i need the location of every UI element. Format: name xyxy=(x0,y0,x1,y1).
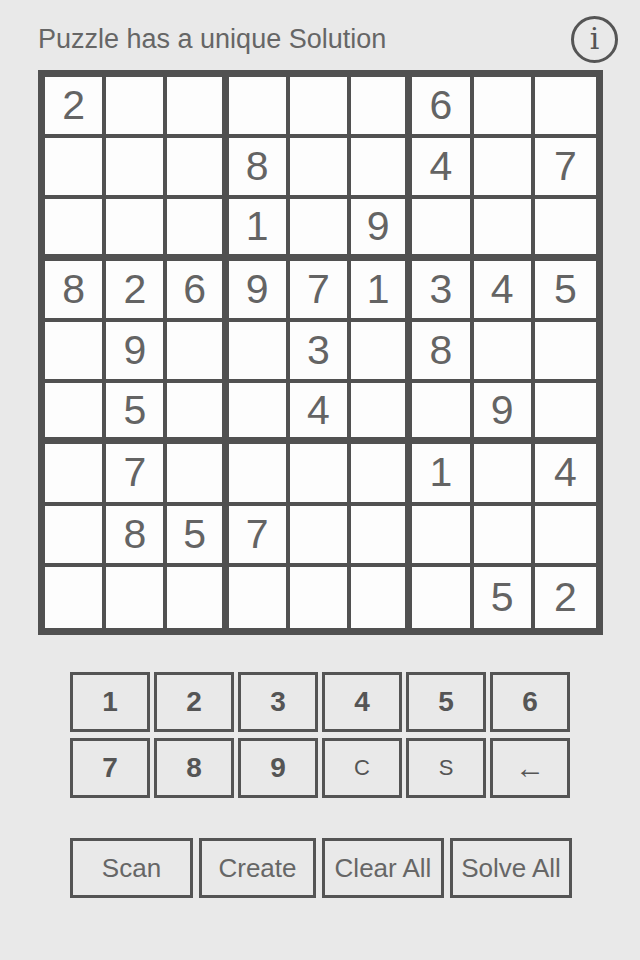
key-3[interactable]: 3 xyxy=(238,672,318,732)
app-screen: Puzzle has a unique Solution i 268471982… xyxy=(0,16,640,960)
cell-r2c8[interactable] xyxy=(474,138,535,199)
cell-r8c8[interactable] xyxy=(474,506,535,567)
solve-all-button[interactable]: Solve All xyxy=(450,838,572,898)
cell-r1c9[interactable] xyxy=(535,77,596,138)
cell-r5c5[interactable]: 3 xyxy=(290,322,351,383)
cell-r2c6[interactable] xyxy=(351,138,412,199)
cell-r6c6[interactable] xyxy=(351,383,412,444)
cell-r1c7[interactable]: 6 xyxy=(412,77,473,138)
cell-r2c1[interactable] xyxy=(45,138,106,199)
key-7[interactable]: 7 xyxy=(70,738,150,798)
cell-r3c1[interactable] xyxy=(45,199,106,260)
key-2[interactable]: 2 xyxy=(154,672,234,732)
cell-r4c3[interactable]: 6 xyxy=(167,261,228,322)
cell-r8c4[interactable]: 7 xyxy=(229,506,290,567)
key-4[interactable]: 4 xyxy=(322,672,402,732)
cell-r5c2[interactable]: 9 xyxy=(106,322,167,383)
cell-r2c7[interactable]: 4 xyxy=(412,138,473,199)
key-6[interactable]: 6 xyxy=(490,672,570,732)
key-5[interactable]: 5 xyxy=(406,672,486,732)
cell-r5c4[interactable] xyxy=(229,322,290,383)
keypad: 123456789CS← xyxy=(70,672,570,798)
cell-r3c2[interactable] xyxy=(106,199,167,260)
cell-r8c3[interactable]: 5 xyxy=(167,506,228,567)
cell-r2c4[interactable]: 8 xyxy=(229,138,290,199)
cell-r2c3[interactable] xyxy=(167,138,228,199)
cell-r4c8[interactable]: 4 xyxy=(474,261,535,322)
cell-r6c3[interactable] xyxy=(167,383,228,444)
cell-r7c9[interactable]: 4 xyxy=(535,444,596,505)
key-8[interactable]: 8 xyxy=(154,738,234,798)
create-button[interactable]: Create xyxy=(199,838,316,898)
cell-r6c2[interactable]: 5 xyxy=(106,383,167,444)
key-1[interactable]: 1 xyxy=(70,672,150,732)
cell-r7c6[interactable] xyxy=(351,444,412,505)
cell-r9c1[interactable] xyxy=(45,567,106,628)
cell-r9c9[interactable]: 2 xyxy=(535,567,596,628)
cell-r3c7[interactable] xyxy=(412,199,473,260)
cell-r8c7[interactable] xyxy=(412,506,473,567)
cell-r1c1[interactable]: 2 xyxy=(45,77,106,138)
cell-r5c8[interactable] xyxy=(474,322,535,383)
cell-r3c3[interactable] xyxy=(167,199,228,260)
cell-r7c5[interactable] xyxy=(290,444,351,505)
cell-r9c5[interactable] xyxy=(290,567,351,628)
cell-r8c1[interactable] xyxy=(45,506,106,567)
cell-r7c7[interactable]: 1 xyxy=(412,444,473,505)
key-9[interactable]: 9 xyxy=(238,738,318,798)
info-icon: i xyxy=(590,24,600,54)
cell-r9c2[interactable] xyxy=(106,567,167,628)
cell-r3c4[interactable]: 1 xyxy=(229,199,290,260)
cell-r6c1[interactable] xyxy=(45,383,106,444)
cell-r7c8[interactable] xyxy=(474,444,535,505)
cell-r9c8[interactable]: 5 xyxy=(474,567,535,628)
cell-r5c3[interactable] xyxy=(167,322,228,383)
key-S[interactable]: S xyxy=(406,738,486,798)
clear-all-button[interactable]: Clear All xyxy=(322,838,444,898)
action-bar: ScanCreateClear AllSolve All xyxy=(70,838,640,898)
cell-r7c4[interactable] xyxy=(229,444,290,505)
cell-r3c8[interactable] xyxy=(474,199,535,260)
cell-r6c4[interactable] xyxy=(229,383,290,444)
cell-r6c9[interactable] xyxy=(535,383,596,444)
cell-r9c4[interactable] xyxy=(229,567,290,628)
cell-r4c6[interactable]: 1 xyxy=(351,261,412,322)
cell-r8c5[interactable] xyxy=(290,506,351,567)
info-button[interactable]: i xyxy=(571,16,618,63)
cell-r6c7[interactable] xyxy=(412,383,473,444)
cell-r2c9[interactable]: 7 xyxy=(535,138,596,199)
cell-r8c2[interactable]: 8 xyxy=(106,506,167,567)
scan-button[interactable]: Scan xyxy=(70,838,193,898)
cell-r7c3[interactable] xyxy=(167,444,228,505)
cell-r4c1[interactable]: 8 xyxy=(45,261,106,322)
cell-r9c3[interactable] xyxy=(167,567,228,628)
cell-r1c8[interactable] xyxy=(474,77,535,138)
cell-r4c2[interactable]: 2 xyxy=(106,261,167,322)
cell-r7c2[interactable]: 7 xyxy=(106,444,167,505)
cell-r4c5[interactable]: 7 xyxy=(290,261,351,322)
header: Puzzle has a unique Solution i xyxy=(38,16,618,63)
cell-r9c6[interactable] xyxy=(351,567,412,628)
cell-r8c9[interactable] xyxy=(535,506,596,567)
cell-r8c6[interactable] xyxy=(351,506,412,567)
cell-r2c2[interactable] xyxy=(106,138,167,199)
cell-r6c5[interactable]: 4 xyxy=(290,383,351,444)
cell-r9c7[interactable] xyxy=(412,567,473,628)
cell-r2c5[interactable] xyxy=(290,138,351,199)
cell-r3c9[interactable] xyxy=(535,199,596,260)
cell-r5c9[interactable] xyxy=(535,322,596,383)
cell-r1c6[interactable] xyxy=(351,77,412,138)
key-backspace[interactable]: ← xyxy=(490,738,570,798)
cell-r4c9[interactable]: 5 xyxy=(535,261,596,322)
cell-r1c5[interactable] xyxy=(290,77,351,138)
cell-r1c2[interactable] xyxy=(106,77,167,138)
cell-r4c4[interactable]: 9 xyxy=(229,261,290,322)
cell-r3c6[interactable]: 9 xyxy=(351,199,412,260)
cell-r5c7[interactable]: 8 xyxy=(412,322,473,383)
cell-r6c8[interactable]: 9 xyxy=(474,383,535,444)
sudoku-board: 268471982697134593854971485752 xyxy=(38,70,603,635)
cell-r5c6[interactable] xyxy=(351,322,412,383)
cell-r1c4[interactable] xyxy=(229,77,290,138)
cell-r4c7[interactable]: 3 xyxy=(412,261,473,322)
page-title: Puzzle has a unique Solution xyxy=(38,24,386,55)
cell-r7c1[interactable] xyxy=(45,444,106,505)
cell-r3c5[interactable] xyxy=(290,199,351,260)
cell-r5c1[interactable] xyxy=(45,322,106,383)
cell-r1c3[interactable] xyxy=(167,77,228,138)
key-C[interactable]: C xyxy=(322,738,402,798)
